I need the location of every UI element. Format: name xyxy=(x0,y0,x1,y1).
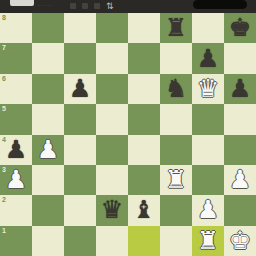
square-b2[interactable] xyxy=(32,195,64,225)
piece-black-pawn[interactable]: ♟ xyxy=(69,74,91,104)
square-a4[interactable]: 4♟ xyxy=(0,135,32,165)
rank-label-6: 6 xyxy=(2,75,6,82)
square-a1[interactable]: 1 xyxy=(0,226,32,256)
square-e6[interactable] xyxy=(128,74,160,104)
square-d4[interactable] xyxy=(96,135,128,165)
square-f5[interactable] xyxy=(160,104,192,134)
piece-white-queen[interactable]: ♛ xyxy=(197,74,219,104)
toolbar-icon-1[interactable] xyxy=(70,3,76,9)
square-b8[interactable] xyxy=(32,13,64,43)
square-e5[interactable] xyxy=(128,104,160,134)
square-a2[interactable]: 2 xyxy=(0,195,32,225)
square-h1[interactable]: ♚ xyxy=(224,226,256,256)
toolbar-icon-2[interactable] xyxy=(82,3,88,9)
square-f6[interactable]: ♞ xyxy=(160,74,192,104)
piece-black-pawn[interactable]: ♟ xyxy=(197,44,219,74)
square-f7[interactable] xyxy=(160,43,192,73)
square-e7[interactable] xyxy=(128,43,160,73)
square-e8[interactable] xyxy=(128,13,160,43)
square-a8[interactable]: 8 xyxy=(0,13,32,43)
square-g4[interactable] xyxy=(192,135,224,165)
rank-label-3: 3 xyxy=(2,166,6,173)
square-c8[interactable] xyxy=(64,13,96,43)
status-bar: ····· ⇅ xyxy=(0,0,256,13)
rank-label-4: 4 xyxy=(2,136,6,143)
rank-label-1: 1 xyxy=(2,227,6,234)
square-g2[interactable]: ♟ xyxy=(192,195,224,225)
square-h6[interactable]: ♟ xyxy=(224,74,256,104)
square-b7[interactable] xyxy=(32,43,64,73)
rank-label-7: 7 xyxy=(2,44,6,51)
square-c1[interactable] xyxy=(64,226,96,256)
piece-white-pawn[interactable]: ♟ xyxy=(37,135,59,165)
square-d1[interactable] xyxy=(96,226,128,256)
square-d6[interactable] xyxy=(96,74,128,104)
piece-black-queen[interactable]: ♛ xyxy=(101,195,123,225)
square-c3[interactable] xyxy=(64,165,96,195)
square-g6[interactable]: ♛ xyxy=(192,74,224,104)
square-c2[interactable] xyxy=(64,195,96,225)
square-e3[interactable] xyxy=(128,165,160,195)
piece-white-king[interactable]: ♚ xyxy=(229,226,251,256)
square-g8[interactable] xyxy=(192,13,224,43)
square-f1[interactable] xyxy=(160,226,192,256)
square-b1[interactable] xyxy=(32,226,64,256)
square-e2[interactable]: ♝ xyxy=(128,195,160,225)
piece-black-king[interactable]: ♚ xyxy=(229,13,251,43)
square-a5[interactable]: 5 xyxy=(0,104,32,134)
square-e1[interactable] xyxy=(128,226,160,256)
square-h2[interactable] xyxy=(224,195,256,225)
rank-label-2: 2 xyxy=(2,196,6,203)
square-h8[interactable]: ♚ xyxy=(224,13,256,43)
toolbar-text: ····· xyxy=(38,2,53,8)
square-d8[interactable] xyxy=(96,13,128,43)
rank-label-5: 5 xyxy=(2,105,6,112)
square-c5[interactable] xyxy=(64,104,96,134)
piece-white-rook[interactable]: ♜ xyxy=(197,226,219,256)
piece-black-pawn[interactable]: ♟ xyxy=(5,135,27,165)
square-d3[interactable] xyxy=(96,165,128,195)
piece-black-rook[interactable]: ♜ xyxy=(165,13,187,43)
data-transfer-icon: ⇅ xyxy=(106,0,114,13)
piece-black-pawn[interactable]: ♟ xyxy=(229,74,251,104)
square-a7[interactable]: 7 xyxy=(0,43,32,73)
square-f2[interactable] xyxy=(160,195,192,225)
square-b6[interactable] xyxy=(32,74,64,104)
square-b5[interactable] xyxy=(32,104,64,134)
square-a3[interactable]: 3♟ xyxy=(0,165,32,195)
square-h3[interactable]: ♟ xyxy=(224,165,256,195)
square-g5[interactable] xyxy=(192,104,224,134)
piece-black-bishop[interactable]: ♝ xyxy=(133,195,155,225)
square-d7[interactable] xyxy=(96,43,128,73)
square-g7[interactable]: ♟ xyxy=(192,43,224,73)
square-e4[interactable] xyxy=(128,135,160,165)
rank-label-8: 8 xyxy=(2,14,6,21)
square-h4[interactable] xyxy=(224,135,256,165)
square-f4[interactable] xyxy=(160,135,192,165)
toolbar-icon-3[interactable] xyxy=(94,3,100,9)
square-d5[interactable] xyxy=(96,104,128,134)
square-f3[interactable]: ♜ xyxy=(160,165,192,195)
square-a6[interactable]: 6 xyxy=(0,74,32,104)
square-g1[interactable]: ♜ xyxy=(192,226,224,256)
piece-white-pawn[interactable]: ♟ xyxy=(197,195,219,225)
square-d2[interactable]: ♛ xyxy=(96,195,128,225)
piece-white-pawn[interactable]: ♟ xyxy=(5,165,27,195)
piece-white-rook[interactable]: ♜ xyxy=(165,165,187,195)
piece-black-knight[interactable]: ♞ xyxy=(165,74,187,104)
square-b3[interactable] xyxy=(32,165,64,195)
camera-notch xyxy=(193,0,247,9)
square-c4[interactable] xyxy=(64,135,96,165)
square-f8[interactable]: ♜ xyxy=(160,13,192,43)
square-h5[interactable] xyxy=(224,104,256,134)
square-h7[interactable] xyxy=(224,43,256,73)
chess-board[interactable]: 8♜♚7♟6♟♞♛♟54♟♟3♟♜♟2♛♝♟1♜♚ xyxy=(0,13,256,256)
square-g3[interactable] xyxy=(192,165,224,195)
piece-white-pawn[interactable]: ♟ xyxy=(229,165,251,195)
square-c7[interactable] xyxy=(64,43,96,73)
square-c6[interactable]: ♟ xyxy=(64,74,96,104)
url-pill[interactable] xyxy=(10,0,34,6)
square-b4[interactable]: ♟ xyxy=(32,135,64,165)
